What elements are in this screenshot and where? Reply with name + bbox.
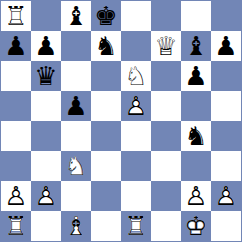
- square-d8[interactable]: ♚: [91, 1, 121, 31]
- square-b4[interactable]: [31, 121, 61, 151]
- square-c6[interactable]: [61, 61, 91, 91]
- square-f5[interactable]: [151, 91, 181, 121]
- square-f8[interactable]: [151, 1, 181, 31]
- piece-outline-layer: ♖: [1, 1, 31, 31]
- piece-white-rook[interactable]: ♜♖: [1, 211, 31, 241]
- square-b8[interactable]: [31, 1, 61, 31]
- square-d1[interactable]: [91, 211, 121, 241]
- square-e7[interactable]: [121, 31, 151, 61]
- square-d6[interactable]: [91, 61, 121, 91]
- square-e3[interactable]: [121, 151, 151, 181]
- piece-black-bishop[interactable]: ♝: [181, 31, 211, 61]
- piece-black-knight[interactable]: ♞: [181, 121, 211, 151]
- square-g6[interactable]: ♟: [181, 61, 211, 91]
- piece-white-pawn[interactable]: ♟♙: [31, 181, 61, 211]
- piece-white-bishop[interactable]: ♝♗: [61, 211, 91, 241]
- square-e6[interactable]: ♞♘: [121, 61, 151, 91]
- square-e2[interactable]: [121, 181, 151, 211]
- square-b5[interactable]: [31, 91, 61, 121]
- square-b1[interactable]: [31, 211, 61, 241]
- square-c4[interactable]: [61, 121, 91, 151]
- square-g7[interactable]: ♝: [181, 31, 211, 61]
- piece-black-pawn[interactable]: ♟: [211, 31, 241, 61]
- square-g2[interactable]: ♟♙: [181, 181, 211, 211]
- square-a2[interactable]: ♟♙: [1, 181, 31, 211]
- square-a8[interactable]: ♜♖: [1, 1, 31, 31]
- square-d2[interactable]: [91, 181, 121, 211]
- piece-white-knight[interactable]: ♞♘: [61, 151, 91, 181]
- square-h6[interactable]: [211, 61, 241, 91]
- piece-white-king[interactable]: ♚♔: [181, 211, 211, 241]
- square-f4[interactable]: [151, 121, 181, 151]
- piece-white-knight[interactable]: ♞♘: [121, 61, 151, 91]
- piece-outline-layer: ♗: [61, 211, 91, 241]
- piece-white-rook[interactable]: ♜♖: [121, 211, 151, 241]
- square-c3[interactable]: ♞♘: [61, 151, 91, 181]
- square-e4[interactable]: [121, 121, 151, 151]
- square-a7[interactable]: ♟: [1, 31, 31, 61]
- square-f2[interactable]: [151, 181, 181, 211]
- piece-outline-layer: ♘: [61, 151, 91, 181]
- piece-white-rook[interactable]: ♜♖: [1, 1, 31, 31]
- piece-outline-layer: ♙: [1, 181, 31, 211]
- piece-outline-layer: ♙: [181, 181, 211, 211]
- square-d5[interactable]: [91, 91, 121, 121]
- piece-white-pawn[interactable]: ♟♙: [211, 181, 241, 211]
- square-g5[interactable]: [181, 91, 211, 121]
- square-g1[interactable]: ♚♔: [181, 211, 211, 241]
- piece-outline-layer: ♔: [181, 211, 211, 241]
- square-a5[interactable]: [1, 91, 31, 121]
- square-e5[interactable]: ♟♙: [121, 91, 151, 121]
- square-h7[interactable]: ♟: [211, 31, 241, 61]
- square-e1[interactable]: ♜♖: [121, 211, 151, 241]
- square-g4[interactable]: ♞: [181, 121, 211, 151]
- piece-black-pawn[interactable]: ♟: [61, 91, 91, 121]
- chess-board: ♜♖♝♚♟♟♞♛♕♝♟♛♞♘♟♟♟♙♞♞♘♟♙♟♙♟♙♟♙♜♖♝♗♜♖♚♔: [0, 0, 242, 242]
- square-f1[interactable]: [151, 211, 181, 241]
- square-d3[interactable]: [91, 151, 121, 181]
- piece-black-king[interactable]: ♚: [91, 1, 121, 31]
- square-h2[interactable]: ♟♙: [211, 181, 241, 211]
- piece-black-pawn[interactable]: ♟: [181, 61, 211, 91]
- piece-outline-layer: ♘: [121, 61, 151, 91]
- piece-black-queen[interactable]: ♛: [31, 61, 61, 91]
- square-b6[interactable]: ♛: [31, 61, 61, 91]
- square-d7[interactable]: ♞: [91, 31, 121, 61]
- square-b7[interactable]: ♟: [31, 31, 61, 61]
- square-a6[interactable]: [1, 61, 31, 91]
- square-f3[interactable]: [151, 151, 181, 181]
- square-g8[interactable]: [181, 1, 211, 31]
- square-h3[interactable]: [211, 151, 241, 181]
- piece-white-pawn[interactable]: ♟♙: [1, 181, 31, 211]
- piece-black-pawn[interactable]: ♟: [1, 31, 31, 61]
- piece-outline-layer: ♙: [31, 181, 61, 211]
- piece-black-knight[interactable]: ♞: [91, 31, 121, 61]
- square-a4[interactable]: [1, 121, 31, 151]
- square-g3[interactable]: [181, 151, 211, 181]
- piece-outline-layer: ♙: [211, 181, 241, 211]
- piece-white-pawn[interactable]: ♟♙: [121, 91, 151, 121]
- square-e8[interactable]: [121, 1, 151, 31]
- square-b3[interactable]: [31, 151, 61, 181]
- square-b2[interactable]: ♟♙: [31, 181, 61, 211]
- piece-white-queen[interactable]: ♛♕: [151, 31, 181, 61]
- square-d4[interactable]: [91, 121, 121, 151]
- piece-outline-layer: ♙: [121, 91, 151, 121]
- piece-outline-layer: ♕: [151, 31, 181, 61]
- piece-white-pawn[interactable]: ♟♙: [181, 181, 211, 211]
- piece-outline-layer: ♖: [1, 211, 31, 241]
- square-f6[interactable]: [151, 61, 181, 91]
- square-c2[interactable]: [61, 181, 91, 211]
- piece-black-bishop[interactable]: ♝: [61, 1, 91, 31]
- square-a3[interactable]: [1, 151, 31, 181]
- piece-outline-layer: ♖: [121, 211, 151, 241]
- square-f7[interactable]: ♛♕: [151, 31, 181, 61]
- square-h5[interactable]: [211, 91, 241, 121]
- square-c7[interactable]: [61, 31, 91, 61]
- square-c8[interactable]: ♝: [61, 1, 91, 31]
- square-c1[interactable]: ♝♗: [61, 211, 91, 241]
- square-c5[interactable]: ♟: [61, 91, 91, 121]
- piece-black-pawn[interactable]: ♟: [31, 31, 61, 61]
- square-a1[interactable]: ♜♖: [1, 211, 31, 241]
- square-h4[interactable]: [211, 121, 241, 151]
- square-h1[interactable]: [211, 211, 241, 241]
- square-h8[interactable]: [211, 1, 241, 31]
